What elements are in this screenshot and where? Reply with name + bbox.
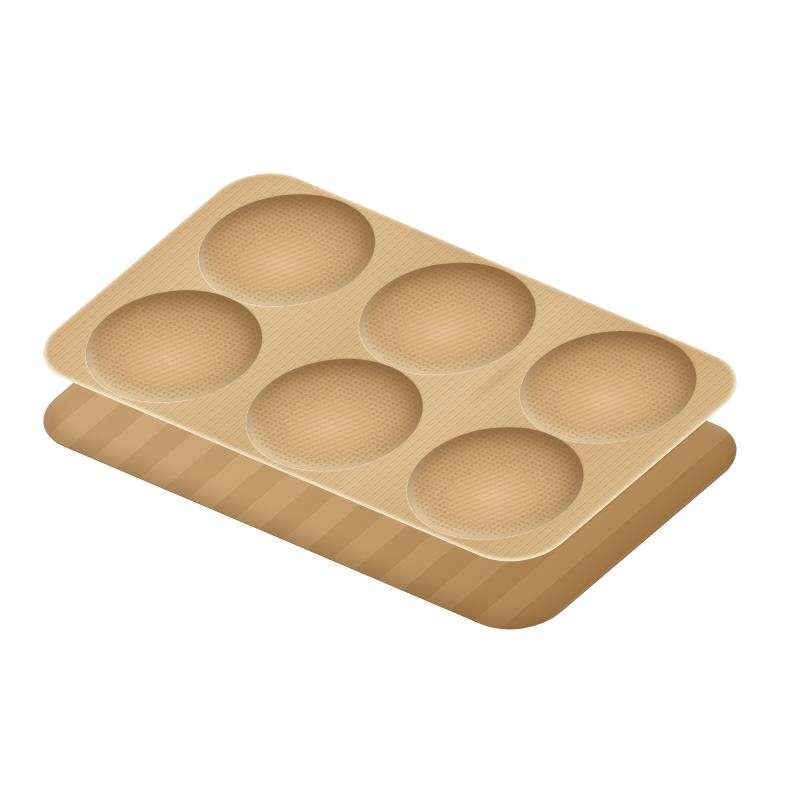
pit-floor (209, 219, 356, 309)
pit-floor (531, 356, 678, 446)
pit-floor (96, 315, 243, 405)
product-photo-canvas (0, 0, 800, 800)
pit-floor (257, 383, 404, 473)
pit-floor (418, 452, 565, 542)
pit-floor (370, 288, 517, 378)
